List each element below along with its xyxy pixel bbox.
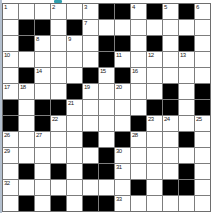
cell-r10c6[interactable] (83, 148, 98, 163)
cell-r5c11[interactable] (163, 68, 178, 83)
cell-r12c8[interactable] (115, 180, 130, 195)
cell-r1c12 (179, 4, 194, 19)
cell-r12c6[interactable] (83, 180, 98, 195)
cell-r9c10[interactable] (147, 132, 162, 147)
cell-r12c13[interactable] (195, 180, 210, 195)
clue-number: 23 (148, 116, 154, 122)
cell-r1c11[interactable]: 5 (163, 4, 178, 19)
clue-number: 9 (68, 36, 71, 42)
clue-number: 33 (116, 196, 122, 202)
cell-r4c9[interactable] (131, 52, 146, 67)
cell-r11c6 (83, 164, 98, 179)
clue-number: 13 (180, 52, 186, 58)
cell-r12c5[interactable] (67, 180, 82, 195)
cell-r10c1[interactable]: 29 (3, 148, 18, 163)
cell-r5c8 (115, 68, 130, 83)
clue-number: 20 (116, 84, 122, 90)
cell-r5c5[interactable] (67, 68, 82, 83)
cell-r11c11[interactable] (163, 164, 178, 179)
cell-r8c5[interactable] (67, 116, 82, 131)
cell-r1c9[interactable]: 4 (131, 4, 146, 19)
cell-r4c8[interactable]: 11 (115, 52, 130, 67)
cell-r2c13[interactable] (195, 20, 210, 35)
cell-r8c7[interactable] (99, 116, 114, 131)
cell-r9c8 (115, 132, 130, 147)
cell-r11c1[interactable] (3, 164, 18, 179)
clue-number: 1 (4, 4, 7, 10)
cell-r2c10[interactable] (147, 20, 162, 35)
cell-r12c2[interactable] (19, 180, 34, 195)
clue-number: 2 (52, 4, 55, 10)
cell-r13c2 (19, 196, 34, 211)
cell-r6c3[interactable] (35, 84, 50, 99)
cell-r7c3 (35, 100, 50, 115)
clue-number: 7 (84, 20, 87, 26)
cell-r12c7[interactable] (99, 180, 114, 195)
clue-number: 32 (4, 180, 10, 186)
clue-number: 15 (100, 68, 106, 74)
cell-r2c7[interactable] (99, 20, 114, 35)
cell-r10c9[interactable] (131, 148, 146, 163)
clue-number: 22 (52, 116, 58, 122)
cell-r3c4[interactable] (51, 36, 66, 51)
cell-r6c2[interactable]: 18 (19, 84, 34, 99)
cell-r3c2 (19, 36, 34, 51)
cell-r10c11[interactable] (163, 148, 178, 163)
clue-number: 25 (196, 116, 202, 122)
cell-r3c11[interactable] (163, 36, 178, 51)
cell-r11c10[interactable] (147, 164, 162, 179)
cell-r1c6[interactable]: 3 (83, 4, 98, 19)
cell-r13c11[interactable] (163, 196, 178, 211)
cell-r1c10 (147, 4, 162, 19)
cell-r8c13[interactable]: 25 (195, 116, 210, 131)
cell-r7c5[interactable]: 21 (67, 100, 82, 115)
cell-r13c3[interactable] (35, 196, 50, 211)
cell-r7c1 (3, 100, 18, 115)
cell-r11c9[interactable] (131, 164, 146, 179)
cell-r10c2[interactable] (19, 148, 34, 163)
cell-r11c8[interactable]: 31 (115, 164, 130, 179)
cell-r5c4[interactable] (51, 68, 66, 83)
cell-r9c2[interactable] (19, 132, 34, 147)
cell-r8c11[interactable]: 24 (163, 116, 178, 131)
cell-r9c11[interactable] (163, 132, 178, 147)
cell-r3c1[interactable] (3, 36, 18, 51)
cell-r9c9[interactable]: 28 (131, 132, 146, 147)
cell-r11c3[interactable] (35, 164, 50, 179)
cell-r4c13[interactable] (195, 52, 210, 67)
cell-r5c2 (19, 68, 34, 83)
cell-r4c7 (99, 52, 114, 67)
clue-number: 10 (4, 52, 10, 58)
cell-r6c8[interactable]: 20 (115, 84, 130, 99)
cell-r7c10 (147, 100, 162, 115)
cell-r12c3[interactable] (35, 180, 50, 195)
cell-r2c5 (67, 20, 82, 35)
cell-r10c4[interactable] (51, 148, 66, 163)
cell-r13c8[interactable]: 33 (115, 196, 130, 211)
cell-r1c13[interactable]: 6 (195, 4, 210, 19)
cell-r8c2[interactable] (19, 116, 34, 131)
cell-r3c6[interactable] (83, 36, 98, 51)
cell-r1c8 (115, 4, 130, 19)
cell-r4c1[interactable]: 10 (3, 52, 18, 67)
cell-r6c10[interactable] (147, 84, 162, 99)
cell-r1c4[interactable]: 2 (51, 4, 66, 19)
cell-r4c3[interactable] (35, 52, 50, 67)
clue-number: 14 (36, 68, 42, 74)
cell-r8c9 (131, 116, 146, 131)
cell-r11c2 (19, 164, 34, 179)
cell-r12c12 (179, 180, 194, 195)
clue-number: 6 (196, 4, 199, 10)
cell-r1c2[interactable] (19, 4, 34, 19)
cell-r5c7[interactable]: 15 (99, 68, 114, 83)
cell-r2c11[interactable] (163, 20, 178, 35)
cell-r10c10[interactable] (147, 148, 162, 163)
cell-r5c3[interactable]: 14 (35, 68, 50, 83)
cell-r4c11[interactable] (163, 52, 178, 67)
clue-number: 8 (36, 36, 39, 42)
cell-r7c2[interactable] (19, 100, 34, 115)
cell-r12c11 (163, 180, 178, 195)
cell-r8c6[interactable] (83, 116, 98, 131)
clue-number: 17 (4, 84, 10, 90)
cell-r11c13[interactable] (195, 164, 210, 179)
cell-r13c12[interactable] (179, 196, 194, 211)
cell-r4c12[interactable]: 13 (179, 52, 194, 67)
cell-r9c3[interactable]: 27 (35, 132, 50, 147)
cell-r10c7 (99, 148, 114, 163)
cell-r2c1[interactable] (3, 20, 18, 35)
cell-r4c10[interactable]: 12 (147, 52, 162, 67)
cell-r11c5[interactable] (67, 164, 82, 179)
cell-r13c5[interactable] (67, 196, 82, 211)
cell-r13c10[interactable] (147, 196, 162, 211)
cell-r8c1 (3, 116, 18, 131)
cell-r6c5 (67, 84, 82, 99)
clue-number: 18 (20, 84, 26, 90)
clue-number: 11 (116, 52, 121, 58)
cell-r11c4 (51, 164, 66, 179)
cell-r1c1[interactable]: 1 (3, 4, 18, 19)
cell-r8c8[interactable] (115, 116, 130, 131)
cell-r8c10[interactable]: 23 (147, 116, 162, 131)
cell-r12c9 (131, 180, 146, 195)
cell-r6c4[interactable] (51, 84, 66, 99)
cell-r4c4[interactable] (51, 52, 66, 67)
cell-r6c1[interactable]: 17 (3, 84, 18, 99)
cell-r6c6[interactable]: 19 (83, 84, 98, 99)
cell-r6c13 (195, 84, 210, 99)
cell-r7c8[interactable] (115, 100, 130, 115)
cell-r1c7 (99, 4, 114, 19)
cell-r3c9[interactable] (131, 36, 146, 51)
cell-r10c5[interactable] (67, 148, 82, 163)
cell-r12c1[interactable]: 32 (3, 180, 18, 195)
cell-r9c7[interactable] (99, 132, 114, 147)
cell-r8c3 (35, 116, 50, 131)
clue-number: 3 (84, 4, 87, 10)
cell-r13c4 (51, 196, 66, 211)
cell-r7c7[interactable] (99, 100, 114, 115)
cell-r1c3[interactable] (35, 4, 50, 19)
cell-r9c4[interactable] (51, 132, 66, 147)
cell-r13c1[interactable] (3, 196, 18, 211)
clue-number: 4 (132, 4, 135, 10)
cell-r11c7 (99, 164, 114, 179)
cell-r2c6[interactable]: 7 (83, 20, 98, 35)
cell-r9c5[interactable] (67, 132, 82, 147)
cell-r2c2 (19, 20, 34, 35)
clue-number: 28 (132, 132, 138, 138)
cell-r4c6[interactable] (83, 52, 98, 67)
clue-number: 12 (148, 52, 154, 58)
cell-r13c9[interactable] (131, 196, 146, 211)
cell-r13c7 (99, 196, 114, 211)
cell-r7c13 (195, 100, 210, 115)
cell-r10c13[interactable] (195, 148, 210, 163)
cell-r2c12[interactable] (179, 20, 194, 35)
cell-r10c8[interactable]: 30 (115, 148, 130, 163)
cell-r13c13[interactable] (195, 196, 210, 211)
cell-r12c4[interactable] (51, 180, 66, 195)
cell-r12c10[interactable] (147, 180, 162, 195)
cell-r7c11 (163, 100, 178, 115)
cell-r6c11 (163, 84, 178, 99)
cell-r2c8[interactable] (115, 20, 130, 35)
cell-r3c12 (179, 36, 194, 51)
cell-r9c13[interactable] (195, 132, 210, 147)
clue-number: 19 (84, 84, 90, 90)
cell-r8c12[interactable] (179, 116, 194, 131)
crossword-screen: 1234567891011121314151617181920212223242… (0, 0, 215, 213)
clue-number: 24 (164, 116, 170, 122)
cell-r2c4[interactable] (51, 20, 66, 35)
cell-r9c1[interactable]: 26 (3, 132, 18, 147)
cell-r3c8 (115, 36, 130, 51)
cell-r9c6 (83, 132, 98, 147)
clue-number: 31 (116, 164, 122, 170)
clue-number: 30 (116, 148, 122, 154)
clue-number: 16 (132, 68, 138, 74)
cell-r1c5[interactable] (67, 4, 82, 19)
cell-r5c1[interactable] (3, 68, 18, 83)
cell-r10c12[interactable] (179, 148, 194, 163)
cell-r9c12 (179, 132, 194, 147)
cell-r6c12[interactable] (179, 84, 194, 99)
cell-r5c9[interactable]: 16 (131, 68, 146, 83)
cell-r8c4[interactable]: 22 (51, 116, 66, 131)
cell-r13c6 (83, 196, 98, 211)
cell-r10c3[interactable] (35, 148, 50, 163)
cell-r3c10 (147, 36, 162, 51)
cell-r3c3[interactable]: 8 (35, 36, 50, 51)
cell-r7c6[interactable] (83, 100, 98, 115)
cell-r3c7 (99, 36, 114, 51)
cell-r5c10[interactable] (147, 68, 162, 83)
cell-r2c3 (35, 20, 50, 35)
clue-number: 5 (164, 4, 167, 10)
clue-number: 21 (68, 100, 74, 106)
clue-number: 29 (4, 148, 10, 154)
cell-r5c13[interactable] (195, 68, 210, 83)
cell-r3c13[interactable] (195, 36, 210, 51)
cell-r6c9[interactable] (131, 84, 146, 99)
cell-r5c12[interactable] (179, 68, 194, 83)
cell-r7c9[interactable] (131, 100, 146, 115)
cell-r5c6 (83, 68, 98, 83)
cell-r4c5[interactable] (67, 52, 82, 67)
cell-r4c2[interactable] (19, 52, 34, 67)
cell-r6c7[interactable] (99, 84, 114, 99)
cell-r7c12[interactable] (179, 100, 194, 115)
crossword-grid: 1234567891011121314151617181920212223242… (2, 3, 211, 212)
cell-r3c5[interactable]: 9 (67, 36, 82, 51)
clue-number: 27 (36, 132, 42, 138)
cell-r2c9[interactable] (131, 20, 146, 35)
cell-r7c4 (51, 100, 66, 115)
clue-number: 26 (4, 132, 10, 138)
cell-r11c12 (179, 164, 194, 179)
